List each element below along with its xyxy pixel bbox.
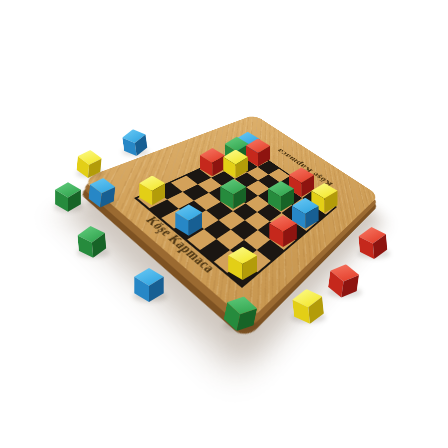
cube-green[interactable] — [220, 179, 246, 209]
cube-red[interactable] — [200, 148, 225, 176]
cube-blue[interactable] — [121, 128, 148, 158]
cube-red[interactable] — [327, 262, 361, 300]
cube-yellow[interactable] — [291, 287, 325, 325]
cube-blue[interactable] — [134, 268, 163, 302]
cube-red[interactable] — [246, 139, 270, 167]
cube-red[interactable] — [358, 226, 388, 260]
cube-yellow[interactable] — [139, 176, 165, 206]
cube-blue[interactable] — [175, 204, 202, 235]
cube-red[interactable] — [269, 215, 297, 247]
cube-yellow[interactable] — [228, 247, 257, 280]
scene: Köşe Kapmaca Köşe Kapmaca — [0, 0, 448, 448]
cube-green[interactable] — [268, 181, 294, 211]
cube-yellow[interactable] — [223, 150, 248, 179]
cube-green[interactable] — [77, 225, 107, 259]
cube-green[interactable] — [55, 182, 81, 212]
cube-blue[interactable] — [88, 177, 117, 209]
cube-yellow[interactable] — [76, 149, 103, 179]
